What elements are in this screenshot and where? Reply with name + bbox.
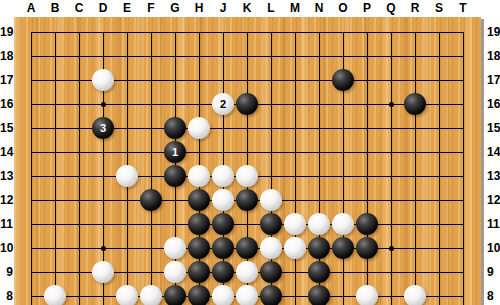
intersection-N16[interactable] (307, 92, 331, 116)
grid-line-horizontal (451, 248, 464, 249)
intersection-B10[interactable] (43, 236, 67, 260)
intersection-A16[interactable] (19, 92, 43, 116)
intersection-E10[interactable] (115, 236, 139, 260)
stone-black-L9[interactable] (260, 261, 282, 283)
intersection-R13[interactable] (403, 164, 427, 188)
intersection-M9[interactable] (283, 260, 307, 284)
intersection-O14[interactable] (331, 140, 355, 164)
intersection-M10[interactable] (283, 236, 307, 260)
intersection-B15[interactable] (43, 116, 67, 140)
intersection-J15[interactable] (211, 116, 235, 140)
intersection-R12[interactable] (403, 188, 427, 212)
intersection-C19[interactable] (67, 20, 91, 44)
intersection-M11[interactable] (283, 212, 307, 236)
intersection-O17[interactable] (331, 68, 355, 92)
intersection-B17[interactable] (43, 68, 67, 92)
intersection-J8[interactable] (211, 284, 235, 305)
intersection-T9[interactable] (451, 260, 475, 284)
stone-white-E13[interactable] (116, 165, 138, 187)
intersection-P9[interactable] (355, 260, 379, 284)
stone-white-H13[interactable] (188, 165, 210, 187)
stone-white-E8[interactable] (116, 285, 138, 305)
intersection-E8[interactable] (115, 284, 139, 305)
intersection-J18[interactable] (211, 44, 235, 68)
intersection-D16[interactable] (91, 92, 115, 116)
stone-black-L11[interactable] (260, 213, 282, 235)
intersection-E11[interactable] (115, 212, 139, 236)
intersection-G8[interactable] (163, 284, 187, 305)
intersection-D10[interactable] (91, 236, 115, 260)
intersection-F9[interactable] (139, 260, 163, 284)
intersection-S17[interactable] (427, 68, 451, 92)
intersection-T8[interactable] (451, 284, 475, 305)
intersection-J16[interactable]: 2 (211, 92, 235, 116)
intersection-N18[interactable] (307, 44, 331, 68)
intersection-E15[interactable] (115, 116, 139, 140)
intersection-T12[interactable] (451, 188, 475, 212)
intersection-R14[interactable] (403, 140, 427, 164)
stone-black-J9[interactable] (212, 261, 234, 283)
grid-line-vertical (223, 44, 224, 68)
intersection-O9[interactable] (331, 260, 355, 284)
stone-white-G9[interactable] (164, 261, 186, 283)
intersection-F14[interactable] (139, 140, 163, 164)
intersection-Q8[interactable] (379, 284, 403, 305)
intersection-K8[interactable] (235, 284, 259, 305)
intersection-T14[interactable] (451, 140, 475, 164)
stone-white-O11[interactable] (332, 213, 354, 235)
intersection-H9[interactable] (187, 260, 211, 284)
intersection-P14[interactable] (355, 140, 379, 164)
intersection-M15[interactable] (283, 116, 307, 140)
intersection-N14[interactable] (307, 140, 331, 164)
intersection-E18[interactable] (115, 44, 139, 68)
grid-line-vertical (391, 32, 392, 44)
intersection-J19[interactable] (211, 20, 235, 44)
intersection-M19[interactable] (283, 20, 307, 44)
intersection-T10[interactable] (451, 236, 475, 260)
grid-line-vertical (463, 116, 464, 140)
intersection-G13[interactable] (163, 164, 187, 188)
stone-black-G15[interactable] (164, 117, 186, 139)
grid-line-vertical (79, 32, 80, 44)
intersection-B16[interactable] (43, 92, 67, 116)
stone-black-L8[interactable] (260, 285, 282, 305)
intersection-R10[interactable] (403, 236, 427, 260)
intersection-G18[interactable] (163, 44, 187, 68)
intersection-C10[interactable] (67, 236, 91, 260)
intersection-N11[interactable] (307, 212, 331, 236)
intersection-K17[interactable] (235, 68, 259, 92)
intersection-F16[interactable] (139, 92, 163, 116)
stone-black-G8[interactable] (164, 285, 186, 305)
intersection-E9[interactable] (115, 260, 139, 284)
stone-black-H9[interactable] (188, 261, 210, 283)
intersection-N9[interactable] (307, 260, 331, 284)
intersection-A18[interactable] (19, 44, 43, 68)
stone-white-J12[interactable] (212, 189, 234, 211)
intersection-H18[interactable] (187, 44, 211, 68)
stone-white-R8[interactable] (404, 285, 426, 305)
stone-black-R16[interactable] (404, 93, 426, 115)
intersection-E12[interactable] (115, 188, 139, 212)
stone-black-K10[interactable] (236, 237, 258, 259)
intersection-S16[interactable] (427, 92, 451, 116)
stone-white-P8[interactable] (356, 285, 378, 305)
stone-white-M11[interactable] (284, 213, 306, 235)
intersection-N19[interactable] (307, 20, 331, 44)
intersection-N17[interactable] (307, 68, 331, 92)
intersection-S8[interactable] (427, 284, 451, 305)
intersection-Q9[interactable] (379, 260, 403, 284)
intersection-L11[interactable] (259, 212, 283, 236)
intersection-G17[interactable] (163, 68, 187, 92)
intersection-B11[interactable] (43, 212, 67, 236)
intersection-F18[interactable] (139, 44, 163, 68)
stone-white-D9[interactable] (92, 261, 114, 283)
intersection-Q15[interactable] (379, 116, 403, 140)
stone-black-K16[interactable] (236, 93, 258, 115)
intersection-S15[interactable] (427, 116, 451, 140)
intersection-K9[interactable] (235, 260, 259, 284)
intersection-P8[interactable] (355, 284, 379, 305)
intersection-R17[interactable] (403, 68, 427, 92)
intersection-D12[interactable] (91, 188, 115, 212)
intersection-O18[interactable] (331, 44, 355, 68)
intersection-E16[interactable] (115, 92, 139, 116)
grid-line-horizontal (31, 176, 44, 177)
intersection-H11[interactable] (187, 212, 211, 236)
intersection-L14[interactable] (259, 140, 283, 164)
intersection-S10[interactable] (427, 236, 451, 260)
intersection-C12[interactable] (67, 188, 91, 212)
intersection-K16[interactable] (235, 92, 259, 116)
grid-line-vertical (151, 68, 152, 92)
intersection-O10[interactable] (331, 236, 355, 260)
intersection-A8[interactable] (19, 284, 43, 305)
intersection-A19[interactable] (19, 20, 43, 44)
intersection-P18[interactable] (355, 44, 379, 68)
intersection-K13[interactable] (235, 164, 259, 188)
intersection-D19[interactable] (91, 20, 115, 44)
intersection-J12[interactable] (211, 188, 235, 212)
stone-white-B8[interactable] (44, 285, 66, 305)
intersection-F17[interactable] (139, 68, 163, 92)
grid-line-vertical (55, 236, 56, 260)
intersection-P10[interactable] (355, 236, 379, 260)
intersection-H12[interactable] (187, 188, 211, 212)
intersection-P17[interactable] (355, 68, 379, 92)
stone-white-N11[interactable] (308, 213, 330, 235)
column-label: D (91, 0, 115, 16)
intersection-J13[interactable] (211, 164, 235, 188)
stone-black-D15[interactable]: 3 (92, 117, 114, 139)
intersection-M18[interactable] (283, 44, 307, 68)
stone-black-N8[interactable] (308, 285, 330, 305)
intersection-C13[interactable] (67, 164, 91, 188)
intersection-D8[interactable] (91, 284, 115, 305)
intersection-K15[interactable] (235, 116, 259, 140)
intersection-J11[interactable] (211, 212, 235, 236)
intersection-O19[interactable] (331, 20, 355, 44)
intersection-L16[interactable] (259, 92, 283, 116)
intersection-P19[interactable] (355, 20, 379, 44)
intersection-Q13[interactable] (379, 164, 403, 188)
intersection-T13[interactable] (451, 164, 475, 188)
intersection-L8[interactable] (259, 284, 283, 305)
intersection-B18[interactable] (43, 44, 67, 68)
intersection-Q12[interactable] (379, 188, 403, 212)
stone-black-J10[interactable] (212, 237, 234, 259)
intersection-H19[interactable] (187, 20, 211, 44)
intersection-F11[interactable] (139, 212, 163, 236)
intersection-B9[interactable] (43, 260, 67, 284)
intersection-A9[interactable] (19, 260, 43, 284)
stone-black-J11[interactable] (212, 213, 234, 235)
intersection-T17[interactable] (451, 68, 475, 92)
stone-white-K13[interactable] (236, 165, 258, 187)
intersection-R16[interactable] (403, 92, 427, 116)
intersection-N13[interactable] (307, 164, 331, 188)
intersection-F15[interactable] (139, 116, 163, 140)
intersection-H13[interactable] (187, 164, 211, 188)
intersection-G14[interactable]: 1 (163, 140, 187, 164)
grid-line-vertical (151, 140, 152, 164)
intersection-P16[interactable] (355, 92, 379, 116)
stone-white-G10[interactable] (164, 237, 186, 259)
intersection-E13[interactable] (115, 164, 139, 188)
intersection-L13[interactable] (259, 164, 283, 188)
intersection-K18[interactable] (235, 44, 259, 68)
intersection-P12[interactable] (355, 188, 379, 212)
intersection-G12[interactable] (163, 188, 187, 212)
stone-white-L12[interactable] (260, 189, 282, 211)
intersection-D13[interactable] (91, 164, 115, 188)
intersection-B12[interactable] (43, 188, 67, 212)
grid-line-horizontal (31, 128, 44, 129)
intersection-R8[interactable] (403, 284, 427, 305)
intersection-L9[interactable] (259, 260, 283, 284)
stone-white-K8[interactable] (236, 285, 258, 305)
stone-black-P10[interactable] (356, 237, 378, 259)
intersection-K19[interactable] (235, 20, 259, 44)
stone-black-H12[interactable] (188, 189, 210, 211)
intersection-Q14[interactable] (379, 140, 403, 164)
intersection-G11[interactable] (163, 212, 187, 236)
intersection-A14[interactable] (19, 140, 43, 164)
intersection-K10[interactable] (235, 236, 259, 260)
intersection-R19[interactable] (403, 20, 427, 44)
intersection-Q17[interactable] (379, 68, 403, 92)
intersection-S13[interactable] (427, 164, 451, 188)
intersection-C16[interactable] (67, 92, 91, 116)
intersection-O8[interactable] (331, 284, 355, 305)
intersection-K11[interactable] (235, 212, 259, 236)
intersection-D14[interactable] (91, 140, 115, 164)
intersection-T15[interactable] (451, 116, 475, 140)
intersection-N10[interactable] (307, 236, 331, 260)
stone-black-H11[interactable] (188, 213, 210, 235)
intersection-O15[interactable] (331, 116, 355, 140)
intersection-M17[interactable] (283, 68, 307, 92)
stone-black-G13[interactable] (164, 165, 186, 187)
intersection-C15[interactable] (67, 116, 91, 140)
stone-white-L10[interactable] (260, 237, 282, 259)
intersection-R11[interactable] (403, 212, 427, 236)
intersection-J17[interactable] (211, 68, 235, 92)
intersection-M12[interactable] (283, 188, 307, 212)
intersection-H17[interactable] (187, 68, 211, 92)
row-label: 10 (487, 240, 500, 256)
intersection-E19[interactable] (115, 20, 139, 44)
intersection-F13[interactable] (139, 164, 163, 188)
intersection-F12[interactable] (139, 188, 163, 212)
intersection-L18[interactable] (259, 44, 283, 68)
intersection-H8[interactable] (187, 284, 211, 305)
grid-line-vertical (367, 260, 368, 284)
grid-line-vertical (103, 188, 104, 212)
intersection-M16[interactable] (283, 92, 307, 116)
grid-line-vertical (319, 164, 320, 188)
intersection-D15[interactable]: 3 (91, 116, 115, 140)
stone-white-D17[interactable] (92, 69, 114, 91)
stone-black-N10[interactable] (308, 237, 330, 259)
intersection-A15[interactable] (19, 116, 43, 140)
stone-white-K9[interactable] (236, 261, 258, 283)
intersection-C11[interactable] (67, 212, 91, 236)
intersection-D17[interactable] (91, 68, 115, 92)
intersection-H15[interactable] (187, 116, 211, 140)
intersection-R9[interactable] (403, 260, 427, 284)
intersection-Q16[interactable] (379, 92, 403, 116)
intersection-H14[interactable] (187, 140, 211, 164)
intersection-C9[interactable] (67, 260, 91, 284)
intersection-S11[interactable] (427, 212, 451, 236)
stone-black-H10[interactable] (188, 237, 210, 259)
intersection-N8[interactable] (307, 284, 331, 305)
intersection-Q11[interactable] (379, 212, 403, 236)
intersection-M14[interactable] (283, 140, 307, 164)
stone-black-F12[interactable] (140, 189, 162, 211)
stone-white-J16[interactable]: 2 (212, 93, 234, 115)
intersection-H16[interactable] (187, 92, 211, 116)
intersection-M13[interactable] (283, 164, 307, 188)
intersection-S9[interactable] (427, 260, 451, 284)
intersection-G10[interactable] (163, 236, 187, 260)
grid-line-vertical (103, 164, 104, 188)
intersection-R18[interactable] (403, 44, 427, 68)
intersection-Q18[interactable] (379, 44, 403, 68)
intersection-G19[interactable] (163, 20, 187, 44)
intersection-P15[interactable] (355, 116, 379, 140)
intersection-S14[interactable] (427, 140, 451, 164)
intersection-L15[interactable] (259, 116, 283, 140)
stone-white-J13[interactable] (212, 165, 234, 187)
intersection-J14[interactable] (211, 140, 235, 164)
intersection-C17[interactable] (67, 68, 91, 92)
intersection-O12[interactable] (331, 188, 355, 212)
intersection-F10[interactable] (139, 236, 163, 260)
intersection-O11[interactable] (331, 212, 355, 236)
intersection-B19[interactable] (43, 20, 67, 44)
intersection-S19[interactable] (427, 20, 451, 44)
intersection-N15[interactable] (307, 116, 331, 140)
grid-line-vertical (79, 188, 80, 212)
intersection-F19[interactable] (139, 20, 163, 44)
intersection-E14[interactable] (115, 140, 139, 164)
intersection-T11[interactable] (451, 212, 475, 236)
intersection-L10[interactable] (259, 236, 283, 260)
intersection-A17[interactable] (19, 68, 43, 92)
intersection-S12[interactable] (427, 188, 451, 212)
intersection-L17[interactable] (259, 68, 283, 92)
intersection-C14[interactable] (67, 140, 91, 164)
intersection-S18[interactable] (427, 44, 451, 68)
stone-white-M10[interactable] (284, 237, 306, 259)
stone-black-G14[interactable]: 1 (164, 141, 186, 163)
intersection-D11[interactable] (91, 212, 115, 236)
intersection-J10[interactable] (211, 236, 235, 260)
grid-line-vertical (463, 284, 464, 305)
stone-black-P11[interactable] (356, 213, 378, 235)
stone-black-K12[interactable] (236, 189, 258, 211)
intersection-C18[interactable] (67, 44, 91, 68)
stone-black-O10[interactable] (332, 237, 354, 259)
intersection-N12[interactable] (307, 188, 331, 212)
intersection-Q10[interactable] (379, 236, 403, 260)
intersection-D9[interactable] (91, 260, 115, 284)
stone-white-F8[interactable] (140, 285, 162, 305)
intersection-Q19[interactable] (379, 20, 403, 44)
intersection-P11[interactable] (355, 212, 379, 236)
intersection-D18[interactable] (91, 44, 115, 68)
intersection-O16[interactable] (331, 92, 355, 116)
intersection-H10[interactable] (187, 236, 211, 260)
intersection-A11[interactable] (19, 212, 43, 236)
intersection-C8[interactable] (67, 284, 91, 305)
intersection-B8[interactable] (43, 284, 67, 305)
stone-white-H15[interactable] (188, 117, 210, 139)
intersection-A13[interactable] (19, 164, 43, 188)
intersection-G9[interactable] (163, 260, 187, 284)
intersection-K14[interactable] (235, 140, 259, 164)
stone-black-N9[interactable] (308, 261, 330, 283)
intersection-T18[interactable] (451, 44, 475, 68)
intersection-G16[interactable] (163, 92, 187, 116)
intersection-L12[interactable] (259, 188, 283, 212)
intersection-B13[interactable] (43, 164, 67, 188)
intersection-E17[interactable] (115, 68, 139, 92)
intersection-T16[interactable] (451, 92, 475, 116)
intersection-A10[interactable] (19, 236, 43, 260)
intersection-J9[interactable] (211, 260, 235, 284)
intersection-O13[interactable] (331, 164, 355, 188)
intersection-B14[interactable] (43, 140, 67, 164)
intersection-G15[interactable] (163, 116, 187, 140)
intersection-A12[interactable] (19, 188, 43, 212)
stone-white-J8[interactable] (212, 285, 234, 305)
intersection-P13[interactable] (355, 164, 379, 188)
intersection-L19[interactable] (259, 20, 283, 44)
stone-black-O17[interactable] (332, 69, 354, 91)
stone-black-H8[interactable] (188, 285, 210, 305)
intersection-M8[interactable] (283, 284, 307, 305)
intersection-T19[interactable] (451, 20, 475, 44)
star-point (101, 246, 106, 251)
intersection-F8[interactable] (139, 284, 163, 305)
intersection-K12[interactable] (235, 188, 259, 212)
intersection-R15[interactable] (403, 116, 427, 140)
